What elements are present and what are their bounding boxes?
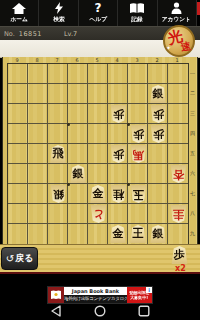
piece-glyph: 金 bbox=[113, 225, 124, 243]
piece-glyph: 銀 bbox=[53, 185, 64, 203]
board-cell[interactable] bbox=[128, 204, 148, 224]
board-cell[interactable] bbox=[148, 184, 168, 204]
board-cell[interactable] bbox=[48, 224, 68, 244]
back-button[interactable]: ↺ 戻る bbox=[1, 247, 38, 270]
board-cell[interactable] bbox=[68, 64, 88, 84]
piece-glyph: 馬 bbox=[133, 145, 144, 163]
board-cell[interactable] bbox=[128, 164, 148, 184]
home-button[interactable]: ホーム bbox=[0, 0, 39, 26]
piece-glyph: 銀 bbox=[73, 165, 84, 183]
board-cell[interactable] bbox=[88, 104, 108, 124]
board-cell[interactable] bbox=[168, 64, 188, 84]
piece-glyph: 金 bbox=[93, 185, 104, 203]
board-cell[interactable] bbox=[128, 64, 148, 84]
board-cell[interactable] bbox=[88, 164, 108, 184]
board-cell[interactable] bbox=[8, 64, 28, 84]
android-navbar bbox=[0, 302, 200, 320]
home-icon bbox=[12, 3, 26, 14]
board-cell[interactable] bbox=[28, 184, 48, 204]
rank-label: 一 bbox=[188, 63, 197, 83]
board-cell[interactable] bbox=[68, 204, 88, 224]
board-cell[interactable] bbox=[8, 204, 28, 224]
hand-piece-glyph: 歩 bbox=[174, 246, 185, 264]
board-cell[interactable] bbox=[168, 184, 188, 204]
hoshi-dot bbox=[67, 123, 70, 126]
board-grid: 銀飛銀金金王銀歩歩歩歩歩馬杏銀桂玉と圭 bbox=[7, 63, 189, 245]
search-label: 検索 bbox=[53, 15, 64, 24]
sente-captured-tray[interactable]: ↺ 戻る 歩 x2 bbox=[0, 244, 200, 273]
piece-glyph: 王 bbox=[133, 225, 144, 243]
rank-label: 九 bbox=[188, 223, 197, 243]
piece-glyph: と bbox=[92, 205, 103, 223]
book-icon bbox=[130, 3, 144, 14]
lightning-icon bbox=[54, 2, 64, 14]
board-cell[interactable] bbox=[88, 224, 108, 244]
ad-banner[interactable]: Japan Book Bank 海外向け出版コンテンツカタログ 登録出版社 大募… bbox=[48, 287, 152, 303]
back-button-label: 戻る bbox=[15, 252, 33, 265]
svg-text:?: ? bbox=[95, 2, 102, 14]
record-label: 記録 bbox=[132, 15, 143, 24]
adchoices-icon[interactable]: i bbox=[146, 287, 152, 293]
ad-cta-line2: 大募集中! bbox=[130, 295, 148, 300]
board-cell[interactable] bbox=[68, 104, 88, 124]
piece-glyph: 飛 bbox=[53, 145, 64, 163]
piece-glyph: 歩 bbox=[113, 105, 124, 123]
shogi-app-screen: ホーム 検索 ? ヘルプ 記録 アカウント bbox=[0, 0, 200, 320]
rank-labels: 一二三四五六七八九 bbox=[188, 63, 197, 243]
piece-glyph: 玉 bbox=[133, 185, 144, 203]
board-cell[interactable] bbox=[168, 84, 188, 104]
piece-glyph: 歩 bbox=[153, 125, 164, 143]
hoshi-dot bbox=[127, 183, 130, 186]
board-cell[interactable] bbox=[88, 144, 108, 164]
board-cell[interactable] bbox=[88, 124, 108, 144]
rank-label: 七 bbox=[188, 183, 197, 203]
problem-no-value: 16851 bbox=[19, 30, 42, 38]
rank-label: 八 bbox=[188, 203, 197, 223]
board-cell[interactable] bbox=[148, 64, 168, 84]
board-cell[interactable] bbox=[48, 64, 68, 84]
level-value: Lv.7 bbox=[64, 30, 77, 38]
piece-glyph: 歩 bbox=[113, 145, 124, 163]
board-cell[interactable] bbox=[108, 204, 128, 224]
account-button[interactable]: アカウント bbox=[158, 0, 197, 26]
board-cell[interactable] bbox=[88, 84, 108, 104]
board-cell[interactable] bbox=[68, 184, 88, 204]
board-cell[interactable] bbox=[108, 84, 128, 104]
hoshi-dot bbox=[127, 123, 130, 126]
board-cell[interactable] bbox=[168, 124, 188, 144]
question-icon: ? bbox=[93, 2, 103, 14]
board-cell[interactable] bbox=[28, 84, 48, 104]
board-cell[interactable] bbox=[28, 124, 48, 144]
piece-glyph: 銀 bbox=[153, 85, 164, 103]
undo-arrow-icon: ↺ bbox=[6, 253, 14, 264]
hand-piece-pawn[interactable]: 歩 bbox=[171, 246, 188, 264]
home-label: ホーム bbox=[11, 15, 28, 24]
board-cell[interactable] bbox=[148, 144, 168, 164]
search-button[interactable]: 検索 bbox=[39, 0, 78, 26]
board-cell[interactable] bbox=[48, 104, 68, 124]
nav-recents-icon[interactable] bbox=[138, 305, 150, 317]
board-cell[interactable] bbox=[48, 204, 68, 224]
board-cell[interactable] bbox=[68, 224, 88, 244]
board-cell[interactable] bbox=[88, 64, 108, 84]
board-cell[interactable] bbox=[168, 104, 188, 124]
board-cell[interactable] bbox=[68, 124, 88, 144]
board-cell[interactable] bbox=[48, 124, 68, 144]
board-cell[interactable] bbox=[8, 104, 28, 124]
piece-glyph: 歩 bbox=[153, 105, 164, 123]
edge-cutoff-button[interactable] bbox=[197, 2, 200, 15]
board-cell[interactable] bbox=[28, 104, 48, 124]
ad-book-icon bbox=[50, 289, 62, 301]
board-cell[interactable] bbox=[28, 64, 48, 84]
board-cell[interactable] bbox=[68, 84, 88, 104]
board-cell[interactable] bbox=[8, 164, 28, 184]
ad-brand-text: Japan Book Bank bbox=[64, 287, 127, 295]
person-icon bbox=[171, 2, 182, 14]
speed-badge[interactable]: 光 速 ✦ bbox=[163, 25, 195, 57]
problem-no-label: No. bbox=[4, 30, 15, 38]
piece-glyph: 杏 bbox=[173, 165, 184, 183]
rank-label: 四 bbox=[188, 123, 197, 143]
board-cell[interactable] bbox=[48, 84, 68, 104]
board-cell[interactable] bbox=[8, 124, 28, 144]
piece-glyph: 圭 bbox=[173, 205, 184, 223]
board-cell[interactable] bbox=[68, 144, 88, 164]
board-cell[interactable] bbox=[108, 64, 128, 84]
help-button[interactable]: ? ヘルプ bbox=[79, 0, 118, 26]
rank-label: 三 bbox=[188, 103, 197, 123]
rank-label: 六 bbox=[188, 163, 197, 183]
board-cell[interactable] bbox=[128, 104, 148, 124]
piece-glyph: 歩 bbox=[133, 125, 144, 143]
rank-label: 二 bbox=[188, 83, 197, 103]
top-toolbar: ホーム 検索 ? ヘルプ 記録 アカウント bbox=[0, 0, 197, 26]
nav-back-icon[interactable] bbox=[50, 305, 62, 317]
board-cell[interactable] bbox=[48, 164, 68, 184]
board-cell[interactable] bbox=[28, 204, 48, 224]
badge-char-2: 速 bbox=[180, 39, 192, 55]
board-cell[interactable] bbox=[28, 164, 48, 184]
tray-divider bbox=[0, 272, 200, 274]
piece-glyph: 桂 bbox=[113, 185, 124, 203]
account-label: アカウント bbox=[162, 15, 191, 24]
board-cell[interactable] bbox=[28, 224, 48, 244]
board-cell[interactable] bbox=[168, 224, 188, 244]
board-cell[interactable] bbox=[148, 204, 168, 224]
help-label: ヘルプ bbox=[89, 15, 107, 24]
board-cell[interactable] bbox=[8, 224, 28, 244]
board-cell[interactable] bbox=[8, 144, 28, 164]
piece-glyph: 銀 bbox=[153, 225, 164, 243]
record-button[interactable]: 記録 bbox=[118, 0, 157, 26]
board-cell[interactable] bbox=[128, 84, 148, 104]
board-cell[interactable] bbox=[8, 84, 28, 104]
rank-label: 五 bbox=[188, 143, 197, 163]
badge-sparkle-icon: ✦ bbox=[166, 44, 171, 51]
ad-text-block: Japan Book Bank 海外向け出版コンテンツカタログ bbox=[64, 287, 127, 303]
board-cell[interactable] bbox=[108, 164, 128, 184]
board-cell[interactable] bbox=[108, 124, 128, 144]
board-cell[interactable] bbox=[168, 144, 188, 164]
board-cell[interactable] bbox=[148, 164, 168, 184]
shogi-board: 987654321 銀飛銀金金王銀歩歩歩歩歩馬杏銀桂玉と圭 一二三四五六七八九 bbox=[2, 57, 198, 244]
ad-logo bbox=[48, 287, 64, 303]
board-cell[interactable] bbox=[8, 184, 28, 204]
hoshi-dot bbox=[67, 183, 70, 186]
nav-home-icon[interactable] bbox=[94, 305, 106, 317]
board-cell[interactable] bbox=[28, 144, 48, 164]
